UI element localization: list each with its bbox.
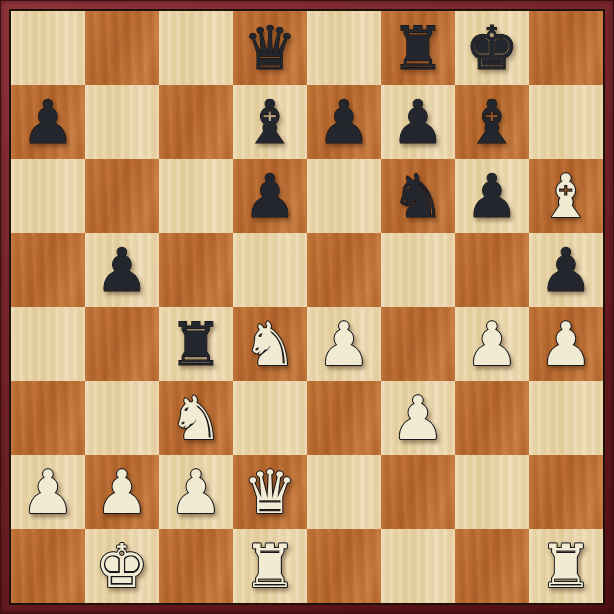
square-f3[interactable]: ♟ bbox=[381, 381, 455, 455]
piece-black-bishop[interactable]: ♝ bbox=[243, 92, 297, 152]
piece-black-pawn[interactable]: ♟ bbox=[95, 240, 149, 300]
square-c4[interactable]: ♜ bbox=[159, 307, 233, 381]
square-f1[interactable] bbox=[381, 529, 455, 603]
square-e4[interactable]: ♟ bbox=[307, 307, 381, 381]
board-frame: ♛♜♚♟♝♟♟♝♟♞♟♝♟♟♜♞♟♟♟♞♟♟♟♟♛♚♜♜ bbox=[0, 0, 614, 614]
square-f5[interactable] bbox=[381, 233, 455, 307]
piece-white-pawn[interactable]: ♟ bbox=[465, 314, 519, 374]
piece-black-pawn[interactable]: ♟ bbox=[243, 166, 297, 226]
square-b3[interactable] bbox=[85, 381, 159, 455]
square-e1[interactable] bbox=[307, 529, 381, 603]
square-e7[interactable]: ♟ bbox=[307, 85, 381, 159]
square-a3[interactable] bbox=[11, 381, 85, 455]
piece-black-pawn[interactable]: ♟ bbox=[391, 92, 445, 152]
piece-black-pawn[interactable]: ♟ bbox=[21, 92, 75, 152]
square-a8[interactable] bbox=[11, 11, 85, 85]
piece-black-queen[interactable]: ♛ bbox=[243, 18, 297, 78]
square-d2[interactable]: ♛ bbox=[233, 455, 307, 529]
square-a7[interactable]: ♟ bbox=[11, 85, 85, 159]
square-g7[interactable]: ♝ bbox=[455, 85, 529, 159]
chess-board: ♛♜♚♟♝♟♟♝♟♞♟♝♟♟♜♞♟♟♟♞♟♟♟♟♛♚♜♜ bbox=[11, 11, 603, 603]
piece-black-pawn[interactable]: ♟ bbox=[317, 92, 371, 152]
piece-white-pawn[interactable]: ♟ bbox=[169, 462, 223, 522]
square-b1[interactable]: ♚ bbox=[85, 529, 159, 603]
board-inner-border: ♛♜♚♟♝♟♟♝♟♞♟♝♟♟♜♞♟♟♟♞♟♟♟♟♛♚♜♜ bbox=[9, 9, 605, 605]
square-e6[interactable] bbox=[307, 159, 381, 233]
square-h2[interactable] bbox=[529, 455, 603, 529]
square-g6[interactable]: ♟ bbox=[455, 159, 529, 233]
square-g1[interactable] bbox=[455, 529, 529, 603]
square-e3[interactable] bbox=[307, 381, 381, 455]
square-d7[interactable]: ♝ bbox=[233, 85, 307, 159]
square-h7[interactable] bbox=[529, 85, 603, 159]
square-h8[interactable] bbox=[529, 11, 603, 85]
square-e8[interactable] bbox=[307, 11, 381, 85]
square-a2[interactable]: ♟ bbox=[11, 455, 85, 529]
piece-white-pawn[interactable]: ♟ bbox=[391, 388, 445, 448]
square-c1[interactable] bbox=[159, 529, 233, 603]
square-c8[interactable] bbox=[159, 11, 233, 85]
piece-black-rook[interactable]: ♜ bbox=[169, 314, 223, 374]
piece-white-pawn[interactable]: ♟ bbox=[21, 462, 75, 522]
square-c3[interactable]: ♞ bbox=[159, 381, 233, 455]
piece-black-bishop[interactable]: ♝ bbox=[465, 92, 519, 152]
square-g2[interactable] bbox=[455, 455, 529, 529]
square-d8[interactable]: ♛ bbox=[233, 11, 307, 85]
piece-white-bishop[interactable]: ♝ bbox=[539, 166, 593, 226]
square-d4[interactable]: ♞ bbox=[233, 307, 307, 381]
piece-white-rook[interactable]: ♜ bbox=[539, 536, 593, 596]
square-f4[interactable] bbox=[381, 307, 455, 381]
piece-black-rook[interactable]: ♜ bbox=[391, 18, 445, 78]
piece-white-king[interactable]: ♚ bbox=[95, 536, 149, 596]
square-h4[interactable]: ♟ bbox=[529, 307, 603, 381]
square-a5[interactable] bbox=[11, 233, 85, 307]
square-b8[interactable] bbox=[85, 11, 159, 85]
square-g8[interactable]: ♚ bbox=[455, 11, 529, 85]
square-h1[interactable]: ♜ bbox=[529, 529, 603, 603]
square-c5[interactable] bbox=[159, 233, 233, 307]
square-a4[interactable] bbox=[11, 307, 85, 381]
square-f8[interactable]: ♜ bbox=[381, 11, 455, 85]
square-c6[interactable] bbox=[159, 159, 233, 233]
piece-black-pawn[interactable]: ♟ bbox=[539, 240, 593, 300]
square-h6[interactable]: ♝ bbox=[529, 159, 603, 233]
piece-black-pawn[interactable]: ♟ bbox=[465, 166, 519, 226]
square-f2[interactable] bbox=[381, 455, 455, 529]
square-f7[interactable]: ♟ bbox=[381, 85, 455, 159]
square-g3[interactable] bbox=[455, 381, 529, 455]
piece-white-rook[interactable]: ♜ bbox=[243, 536, 297, 596]
square-g4[interactable]: ♟ bbox=[455, 307, 529, 381]
square-a1[interactable] bbox=[11, 529, 85, 603]
square-b4[interactable] bbox=[85, 307, 159, 381]
piece-white-knight[interactable]: ♞ bbox=[169, 388, 223, 448]
square-h3[interactable] bbox=[529, 381, 603, 455]
piece-white-knight[interactable]: ♞ bbox=[243, 314, 297, 374]
square-c2[interactable]: ♟ bbox=[159, 455, 233, 529]
square-f6[interactable]: ♞ bbox=[381, 159, 455, 233]
piece-black-king[interactable]: ♚ bbox=[465, 18, 519, 78]
square-d5[interactable] bbox=[233, 233, 307, 307]
piece-white-pawn[interactable]: ♟ bbox=[317, 314, 371, 374]
square-c7[interactable] bbox=[159, 85, 233, 159]
piece-black-knight[interactable]: ♞ bbox=[391, 166, 445, 226]
square-d6[interactable]: ♟ bbox=[233, 159, 307, 233]
square-b5[interactable]: ♟ bbox=[85, 233, 159, 307]
square-h5[interactable]: ♟ bbox=[529, 233, 603, 307]
square-e5[interactable] bbox=[307, 233, 381, 307]
piece-white-pawn[interactable]: ♟ bbox=[95, 462, 149, 522]
square-e2[interactable] bbox=[307, 455, 381, 529]
square-a6[interactable] bbox=[11, 159, 85, 233]
square-d1[interactable]: ♜ bbox=[233, 529, 307, 603]
piece-white-queen[interactable]: ♛ bbox=[243, 462, 297, 522]
square-b2[interactable]: ♟ bbox=[85, 455, 159, 529]
square-b6[interactable] bbox=[85, 159, 159, 233]
square-b7[interactable] bbox=[85, 85, 159, 159]
square-d3[interactable] bbox=[233, 381, 307, 455]
piece-white-pawn[interactable]: ♟ bbox=[539, 314, 593, 374]
square-g5[interactable] bbox=[455, 233, 529, 307]
